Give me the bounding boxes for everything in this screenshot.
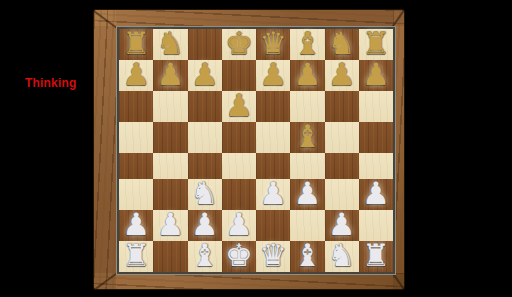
piece-black-rook: ♜ — [122, 28, 150, 59]
frame-miter-top-left — [94, 10, 118, 28]
piece-black-pawn: ♟ — [328, 59, 356, 90]
frame-miter-bottom-left — [94, 272, 118, 290]
square-a5[interactable] — [359, 122, 393, 153]
piece-black-bishop: ♝ — [293, 28, 321, 59]
square-g5[interactable] — [153, 122, 187, 153]
square-h4[interactable] — [119, 153, 153, 179]
frame-miter-bottom-right — [391, 272, 404, 290]
square-a7[interactable]: ♟ — [359, 60, 393, 91]
square-g6[interactable] — [153, 91, 187, 122]
status-thinking-label: Thinking — [25, 76, 77, 90]
frame-grain-bottom — [94, 273, 404, 289]
square-b5[interactable] — [325, 122, 359, 153]
frame-grain-top — [94, 10, 404, 26]
square-f6[interactable] — [188, 91, 222, 122]
square-h6[interactable] — [119, 91, 153, 122]
piece-black-knight: ♞ — [156, 28, 184, 59]
frame-grain-left — [94, 10, 116, 289]
square-d7[interactable]: ♟ — [256, 60, 290, 91]
square-b1[interactable]: ♞ — [325, 241, 359, 272]
square-f7[interactable]: ♟ — [188, 60, 222, 91]
square-e5[interactable] — [222, 122, 256, 153]
square-a3[interactable]: ♟ — [359, 179, 393, 210]
piece-white-rook: ♜ — [362, 240, 390, 271]
square-f5[interactable] — [188, 122, 222, 153]
square-a6[interactable] — [359, 91, 393, 122]
square-g2[interactable]: ♟ — [153, 210, 187, 241]
piece-white-pawn: ♟ — [328, 209, 356, 240]
square-h5[interactable] — [119, 122, 153, 153]
square-c7[interactable]: ♟ — [290, 60, 324, 91]
square-d3[interactable]: ♟ — [256, 179, 290, 210]
piece-black-pawn: ♟ — [259, 59, 287, 90]
piece-white-pawn: ♟ — [259, 178, 287, 209]
piece-white-pawn: ♟ — [293, 178, 321, 209]
square-h1[interactable]: ♜ — [119, 241, 153, 272]
square-e4[interactable] — [222, 153, 256, 179]
square-b4[interactable] — [325, 153, 359, 179]
piece-white-queen: ♛ — [259, 240, 287, 271]
piece-black-pawn: ♟ — [362, 59, 390, 90]
piece-black-queen: ♛ — [259, 28, 287, 59]
chess-board-frame: ♜♞♚♛♝♞♜♟♟♟♟♟♟♟♟♝♞♟♟♟♟♟♟♟♟♜♝♚♛♝♞♜ — [93, 9, 405, 290]
piece-black-pawn: ♟ — [225, 90, 253, 121]
piece-black-pawn: ♟ — [122, 59, 150, 90]
square-b6[interactable] — [325, 91, 359, 122]
square-b7[interactable]: ♟ — [325, 60, 359, 91]
piece-white-pawn: ♟ — [191, 209, 219, 240]
square-c1[interactable]: ♝ — [290, 241, 324, 272]
piece-white-pawn: ♟ — [156, 209, 184, 240]
piece-white-knight: ♞ — [191, 178, 219, 209]
square-e8[interactable]: ♚ — [222, 29, 256, 60]
frame-miter-top-right — [391, 10, 404, 28]
square-d5[interactable] — [256, 122, 290, 153]
piece-white-pawn: ♟ — [225, 209, 253, 240]
piece-black-rook: ♜ — [362, 28, 390, 59]
piece-black-pawn: ♟ — [156, 59, 184, 90]
piece-white-rook: ♜ — [122, 240, 150, 271]
square-g4[interactable] — [153, 153, 187, 179]
piece-black-pawn: ♟ — [191, 59, 219, 90]
piece-white-bishop: ♝ — [191, 240, 219, 271]
piece-black-king: ♚ — [225, 28, 253, 59]
piece-black-bishop: ♝ — [293, 121, 321, 152]
piece-white-pawn: ♟ — [122, 209, 150, 240]
board: ♜♞♚♛♝♞♜♟♟♟♟♟♟♟♟♝♞♟♟♟♟♟♟♟♟♜♝♚♛♝♞♜ — [117, 27, 395, 274]
piece-white-knight: ♞ — [328, 240, 356, 271]
square-e6[interactable]: ♟ — [222, 91, 256, 122]
square-e1[interactable]: ♚ — [222, 241, 256, 272]
square-f1[interactable]: ♝ — [188, 241, 222, 272]
square-g7[interactable]: ♟ — [153, 60, 187, 91]
square-a1[interactable]: ♜ — [359, 241, 393, 272]
square-h7[interactable]: ♟ — [119, 60, 153, 91]
square-c5[interactable]: ♝ — [290, 122, 324, 153]
piece-white-king: ♚ — [225, 240, 253, 271]
piece-white-pawn: ♟ — [362, 178, 390, 209]
piece-black-knight: ♞ — [328, 28, 356, 59]
square-c3[interactable]: ♟ — [290, 179, 324, 210]
square-d6[interactable] — [256, 91, 290, 122]
piece-black-pawn: ♟ — [293, 59, 321, 90]
square-g1[interactable] — [153, 241, 187, 272]
square-d1[interactable]: ♛ — [256, 241, 290, 272]
piece-white-bishop: ♝ — [293, 240, 321, 271]
